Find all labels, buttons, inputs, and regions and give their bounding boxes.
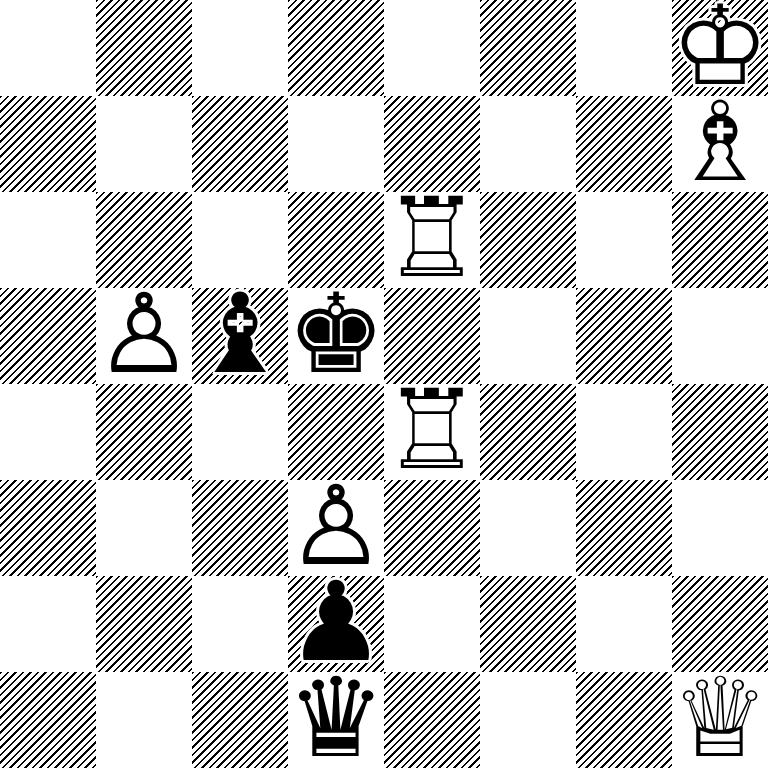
white-bishop-piece: ♝♗ [672, 96, 768, 192]
piece-glyph: ♖ [383, 382, 482, 478]
square-f5[interactable] [480, 288, 576, 384]
square-g1[interactable] [576, 672, 672, 768]
piece-glyph: ♕ [671, 670, 768, 766]
white-rook-piece: ♜♖ [384, 384, 480, 480]
square-f8[interactable] [480, 0, 576, 96]
piece-glyph: ♛ [287, 670, 386, 766]
square-a6[interactable] [0, 192, 96, 288]
square-b4[interactable] [96, 384, 192, 480]
piece-glyph: ♖ [383, 190, 482, 286]
square-g4[interactable] [576, 384, 672, 480]
white-pawn-piece: ♟♙ [96, 288, 192, 384]
square-g2[interactable] [576, 576, 672, 672]
square-a5[interactable] [0, 288, 96, 384]
square-e2[interactable] [384, 576, 480, 672]
square-c2[interactable] [192, 576, 288, 672]
square-a2[interactable] [0, 576, 96, 672]
square-f7[interactable] [480, 96, 576, 192]
square-b5[interactable]: ♟♙ [96, 288, 192, 384]
black-king-piece: ♚♚ [288, 288, 384, 384]
piece-glyph: ♗ [671, 94, 768, 190]
square-d8[interactable] [288, 0, 384, 96]
square-a8[interactable] [0, 0, 96, 96]
square-f2[interactable] [480, 576, 576, 672]
white-rook-piece: ♜♖ [384, 192, 480, 288]
piece-glyph: ♝ [191, 286, 290, 382]
black-queen-piece: ♛♛ [288, 672, 384, 768]
square-h1[interactable]: ♛♕ [672, 672, 768, 768]
square-d7[interactable] [288, 96, 384, 192]
square-h3[interactable] [672, 480, 768, 576]
square-b3[interactable] [96, 480, 192, 576]
square-a3[interactable] [0, 480, 96, 576]
square-h4[interactable] [672, 384, 768, 480]
square-h7[interactable]: ♝♗ [672, 96, 768, 192]
square-b1[interactable] [96, 672, 192, 768]
square-g8[interactable] [576, 0, 672, 96]
square-e1[interactable] [384, 672, 480, 768]
square-c1[interactable] [192, 672, 288, 768]
square-f3[interactable] [480, 480, 576, 576]
square-g6[interactable] [576, 192, 672, 288]
square-c5[interactable]: ♝♝ [192, 288, 288, 384]
square-c8[interactable] [192, 0, 288, 96]
square-g5[interactable] [576, 288, 672, 384]
square-d5[interactable]: ♚♚ [288, 288, 384, 384]
square-h6[interactable] [672, 192, 768, 288]
square-f1[interactable] [480, 672, 576, 768]
piece-glyph: ♚ [287, 286, 386, 382]
black-bishop-piece: ♝♝ [192, 288, 288, 384]
square-g7[interactable] [576, 96, 672, 192]
square-c7[interactable] [192, 96, 288, 192]
square-e6[interactable]: ♜♖ [384, 192, 480, 288]
square-b7[interactable] [96, 96, 192, 192]
square-e3[interactable] [384, 480, 480, 576]
white-queen-piece: ♛♕ [672, 672, 768, 768]
square-f4[interactable] [480, 384, 576, 480]
square-b8[interactable] [96, 0, 192, 96]
square-g3[interactable] [576, 480, 672, 576]
square-a7[interactable] [0, 96, 96, 192]
square-e4[interactable]: ♜♖ [384, 384, 480, 480]
square-a4[interactable] [0, 384, 96, 480]
square-c4[interactable] [192, 384, 288, 480]
square-e8[interactable] [384, 0, 480, 96]
chess-board: ♚♔♝♗♜♖♟♙♝♝♚♚♜♖♟♙♟♟♛♛♛♕ [0, 0, 768, 768]
square-c3[interactable] [192, 480, 288, 576]
square-b2[interactable] [96, 576, 192, 672]
square-a1[interactable] [0, 672, 96, 768]
square-h5[interactable] [672, 288, 768, 384]
square-d1[interactable]: ♛♛ [288, 672, 384, 768]
square-f6[interactable] [480, 192, 576, 288]
piece-glyph: ♙ [95, 286, 194, 382]
